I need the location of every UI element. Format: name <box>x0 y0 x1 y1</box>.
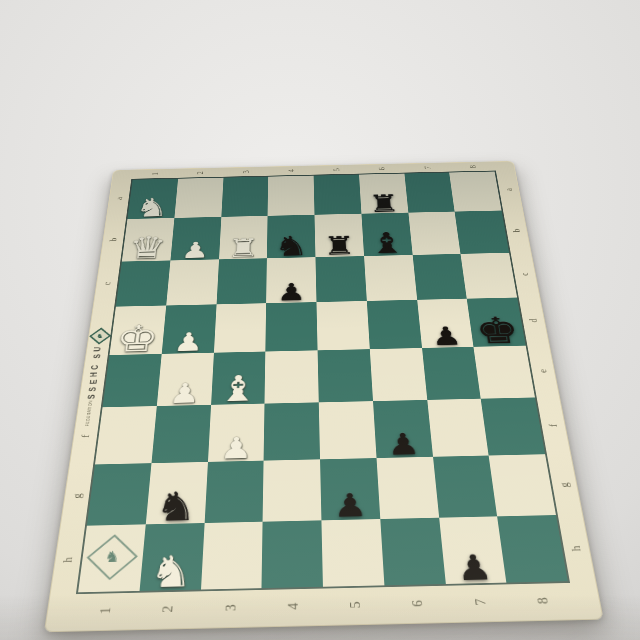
board-perspective-wrapper: 12345678 12345678 abcfgh abcdefgh ♞ US C… <box>44 161 604 632</box>
black-knight: ♞ <box>274 233 309 259</box>
black-pawn: ♟ <box>333 491 367 521</box>
square-g5: ♟ <box>320 458 380 520</box>
square-h8 <box>497 515 567 583</box>
square-c2 <box>166 259 219 305</box>
vinyl-chess-mat: 12345678 12345678 abcfgh abcdefgh ♞ US C… <box>44 161 604 632</box>
square-d6 <box>367 300 422 350</box>
square-f1 <box>95 406 157 464</box>
square-g3 <box>204 460 264 523</box>
square-b1: ♛ <box>122 218 174 261</box>
square-f3: ♟ <box>208 404 265 462</box>
us-chess-letter: H <box>90 372 98 377</box>
square-b5: ♜ <box>314 214 363 257</box>
square-e1 <box>103 354 162 408</box>
black-king: ♚ <box>474 314 522 348</box>
square-b3: ♜ <box>219 216 268 259</box>
square-a6: ♜ <box>359 174 408 214</box>
square-a3 <box>221 177 268 217</box>
board-tilt-wrapper: 12345678 12345678 abcfgh abcdefgh ♞ US C… <box>28 0 604 632</box>
us-chess-letter: E <box>89 380 97 385</box>
square-c5 <box>315 256 366 302</box>
square-d1: ♚ <box>109 305 166 355</box>
square-d4 <box>266 302 318 352</box>
white-rook: ♜ <box>227 236 259 260</box>
black-pawn: ♟ <box>430 325 462 349</box>
black-rook: ♜ <box>323 234 356 258</box>
white-pawn: ♟ <box>168 381 201 407</box>
black-rook: ♜ <box>368 192 400 214</box>
white-king: ♚ <box>114 322 160 357</box>
square-f2 <box>151 405 210 463</box>
square-e7 <box>422 347 481 400</box>
square-h2: ♞ <box>139 523 204 591</box>
us-chess-corner-logo-icon: ♞ <box>87 534 138 580</box>
square-h5 <box>321 519 384 587</box>
square-c7 <box>412 254 467 300</box>
square-b4: ♞ <box>267 215 315 258</box>
white-knight: ♞ <box>134 196 170 220</box>
square-c3 <box>216 258 267 304</box>
us-chess-sub-line: FEDERATION <box>84 400 93 426</box>
us-chess-letter: S <box>88 387 96 392</box>
us-chess-diamond-knight-icon: ♞ <box>89 328 111 345</box>
square-a7 <box>404 173 455 213</box>
square-a1: ♞ <box>127 179 177 219</box>
square-e6 <box>370 348 427 401</box>
us-chess-letter: S <box>87 394 95 399</box>
square-h4 <box>262 520 323 588</box>
square-d3 <box>214 303 267 353</box>
square-d8: ♚ <box>467 297 526 346</box>
black-knight: ♞ <box>154 488 198 526</box>
square-a2 <box>174 178 223 218</box>
us-chess-letter: U <box>94 347 102 352</box>
square-a8 <box>449 172 501 212</box>
square-c6 <box>364 255 417 301</box>
square-h7: ♟ <box>439 516 507 584</box>
square-b2: ♟ <box>170 217 221 260</box>
square-c8 <box>461 252 517 298</box>
square-e5 <box>318 349 373 402</box>
square-g6 <box>376 456 438 518</box>
square-g1 <box>87 463 151 526</box>
square-g2: ♞ <box>146 462 208 525</box>
square-d2: ♟ <box>161 304 216 354</box>
square-d7: ♟ <box>417 299 474 348</box>
chess-board-grid: ♞♜♛♟♜♞♜♝♟♚♟♟♚♟♝♟♟♞♟♞♞♟ <box>76 171 570 595</box>
white-pawn: ♟ <box>220 434 253 462</box>
square-c4: ♟ <box>266 257 316 303</box>
square-d5 <box>316 301 369 351</box>
white-queen: ♛ <box>127 233 168 262</box>
knight-icon: ♞ <box>96 333 104 339</box>
square-g7 <box>433 455 498 517</box>
white-pawn: ♟ <box>181 240 210 261</box>
square-h1: ♞ <box>78 524 145 592</box>
square-e3: ♝ <box>211 352 266 405</box>
black-pawn: ♟ <box>277 281 306 303</box>
us-chess-letter: S <box>93 354 101 358</box>
photo-background: 12345678 12345678 abcfgh abcdefgh ♞ US C… <box>0 0 640 640</box>
square-e2: ♟ <box>157 353 214 407</box>
square-e4 <box>265 350 319 403</box>
square-b7 <box>408 212 461 255</box>
square-c1 <box>116 260 170 306</box>
square-f5 <box>319 401 377 459</box>
square-a4 <box>268 176 315 216</box>
square-a5 <box>314 175 362 215</box>
black-bishop: ♝ <box>368 230 406 257</box>
square-b8 <box>455 211 509 254</box>
square-f8 <box>481 398 545 456</box>
square-g4 <box>263 459 322 522</box>
black-pawn: ♟ <box>387 431 421 459</box>
square-b6: ♝ <box>361 213 412 256</box>
square-f4 <box>264 403 320 461</box>
us-chess-letter: C <box>91 365 99 370</box>
white-bishop: ♝ <box>218 373 259 406</box>
square-e8 <box>474 346 535 399</box>
knight-icon: ♞ <box>104 549 121 565</box>
square-f6: ♟ <box>373 400 433 458</box>
square-f7 <box>427 399 489 457</box>
square-h3 <box>201 521 263 589</box>
black-pawn: ♟ <box>455 552 493 585</box>
square-g8 <box>489 454 556 516</box>
white-pawn: ♟ <box>173 331 204 355</box>
square-h6 <box>380 517 445 585</box>
white-knight: ♞ <box>148 551 194 592</box>
